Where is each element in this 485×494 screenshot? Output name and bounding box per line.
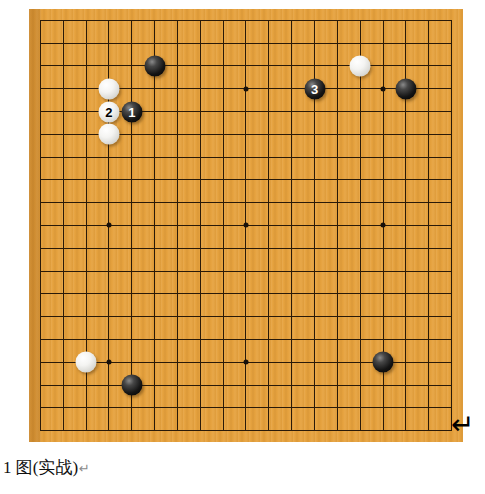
white-stone (98, 78, 119, 99)
board-cell (29, 419, 52, 442)
board-cell (143, 100, 166, 123)
board-cell (257, 77, 280, 100)
board-cell (280, 328, 303, 351)
board-cell (29, 77, 52, 100)
board-cell (394, 32, 417, 55)
board-cell (143, 328, 166, 351)
board-cell (326, 191, 349, 214)
board-cell (166, 305, 189, 328)
board-cell (440, 169, 463, 192)
board-cell (52, 282, 75, 305)
board-cell (349, 100, 372, 123)
board-cell (440, 305, 463, 328)
board-cell (98, 123, 121, 146)
board-cell: 2 (98, 100, 121, 123)
white-stone-move-2: 2 (98, 101, 119, 122)
board-cell (349, 396, 372, 419)
board-cell (326, 396, 349, 419)
board-cell (120, 396, 143, 419)
board-cell (166, 32, 189, 55)
board-cell (52, 169, 75, 192)
board-cell (303, 328, 326, 351)
board-cell (417, 396, 440, 419)
board-cell (280, 100, 303, 123)
board-cell (235, 169, 258, 192)
board-cell (303, 100, 326, 123)
board-cell (417, 9, 440, 32)
board-cell (189, 237, 212, 260)
board-cell (349, 237, 372, 260)
black-stone (121, 375, 142, 396)
board-cell (98, 328, 121, 351)
star-point (243, 86, 248, 91)
board-cell (349, 191, 372, 214)
board-cell (372, 419, 395, 442)
black-stone (144, 55, 165, 76)
board-cell (303, 351, 326, 374)
board-cell (143, 9, 166, 32)
board-cell (394, 214, 417, 237)
board-cell (120, 146, 143, 169)
board-cell (394, 282, 417, 305)
board-cell (143, 305, 166, 328)
board-cell (98, 260, 121, 283)
board-cell (394, 328, 417, 351)
board-cell (394, 9, 417, 32)
board-cell (257, 100, 280, 123)
board-cell (212, 214, 235, 237)
board-cell (372, 55, 395, 78)
board-cell (349, 328, 372, 351)
board-cell (372, 282, 395, 305)
board-cell (257, 146, 280, 169)
board-cell (166, 214, 189, 237)
board-cell (120, 9, 143, 32)
board-cell (372, 328, 395, 351)
board-cell (166, 100, 189, 123)
board-cell (98, 77, 121, 100)
board-cell (280, 282, 303, 305)
board-cell (212, 237, 235, 260)
board-cell (349, 351, 372, 374)
board-cell (75, 374, 98, 397)
board-cell (29, 328, 52, 351)
board-cell (440, 351, 463, 374)
board-cell: 1 (120, 100, 143, 123)
board-cell (29, 282, 52, 305)
board-cell (417, 55, 440, 78)
board-cell (235, 305, 258, 328)
board-cell (280, 214, 303, 237)
board-cell (303, 9, 326, 32)
board-cell (75, 169, 98, 192)
board-cell (235, 123, 258, 146)
board-cell (417, 237, 440, 260)
board-cell (52, 123, 75, 146)
star-point (381, 86, 386, 91)
board-cell (349, 374, 372, 397)
board-cell (75, 77, 98, 100)
board-cell (143, 77, 166, 100)
board-cell (52, 374, 75, 397)
board-cell (372, 260, 395, 283)
board-cell (372, 351, 395, 374)
board-cell (257, 305, 280, 328)
paragraph-mark: ↵ (79, 461, 90, 476)
board-cell (120, 305, 143, 328)
board-cell (235, 328, 258, 351)
board-cell (52, 32, 75, 55)
board-cell (212, 282, 235, 305)
board-cell (143, 191, 166, 214)
board-cell (280, 55, 303, 78)
board-cell (326, 9, 349, 32)
board-cell (75, 396, 98, 419)
board-cell (372, 32, 395, 55)
board-cell (440, 260, 463, 283)
board-cell (166, 419, 189, 442)
board-cell (394, 374, 417, 397)
board-cell (326, 123, 349, 146)
board-cell (235, 32, 258, 55)
white-stone (98, 124, 119, 145)
board-cell (29, 32, 52, 55)
board-cell (280, 351, 303, 374)
board-cell (98, 237, 121, 260)
board-cell (166, 260, 189, 283)
diagram-caption: 1 图(实战)↵ (3, 456, 90, 481)
board-cell (166, 169, 189, 192)
board-cell (143, 237, 166, 260)
board-cell (120, 77, 143, 100)
board-cell (349, 32, 372, 55)
board-cell (98, 214, 121, 237)
board-cell (166, 351, 189, 374)
board-cell (349, 260, 372, 283)
board-cell (394, 55, 417, 78)
caption-text: 1 图(实战) (3, 458, 78, 477)
board-cell (235, 191, 258, 214)
board-cell (52, 237, 75, 260)
board-cell (440, 374, 463, 397)
board-cell (280, 77, 303, 100)
board-cell (212, 328, 235, 351)
board-cell (257, 9, 280, 32)
board-cell (349, 419, 372, 442)
board-cell (394, 419, 417, 442)
board-cell (372, 237, 395, 260)
board-cell (29, 9, 52, 32)
board-cell (440, 123, 463, 146)
board-cell: 3 (303, 77, 326, 100)
board-cell (372, 191, 395, 214)
board-cell (143, 282, 166, 305)
board-cell (166, 282, 189, 305)
board-cell (189, 260, 212, 283)
board-cell (189, 351, 212, 374)
board-cell (326, 146, 349, 169)
board-cell (326, 419, 349, 442)
board-cell (75, 9, 98, 32)
board-cell (280, 146, 303, 169)
board-cell (75, 419, 98, 442)
board-cell (120, 374, 143, 397)
board-cell (303, 55, 326, 78)
board-cell (98, 282, 121, 305)
board-cell (417, 123, 440, 146)
board-cell (417, 214, 440, 237)
board-cell (75, 146, 98, 169)
board-cell (394, 146, 417, 169)
board-cell (75, 282, 98, 305)
board-cell (75, 351, 98, 374)
board-cell (303, 123, 326, 146)
board-cell (98, 146, 121, 169)
board-cell (235, 396, 258, 419)
go-board: 321 (29, 9, 463, 442)
board-cell (417, 77, 440, 100)
star-point (106, 360, 111, 365)
board-cell (212, 419, 235, 442)
board-cell (29, 396, 52, 419)
board-cell (98, 419, 121, 442)
board-cell (98, 191, 121, 214)
board-cell (303, 260, 326, 283)
board-cell (326, 100, 349, 123)
board-cell (120, 169, 143, 192)
board-cell (235, 9, 258, 32)
board-cell (143, 351, 166, 374)
board-cell (52, 328, 75, 351)
board-cell (326, 32, 349, 55)
board-cell (417, 328, 440, 351)
board-cell (143, 123, 166, 146)
board-cell (98, 374, 121, 397)
board-cell (303, 191, 326, 214)
board-cell (189, 396, 212, 419)
board-cell (29, 305, 52, 328)
board-cell (212, 191, 235, 214)
board-cell (280, 396, 303, 419)
board-cell (98, 169, 121, 192)
board-cell (52, 191, 75, 214)
board-cell (189, 419, 212, 442)
board-cell (440, 77, 463, 100)
board-cell (257, 282, 280, 305)
board-cell (349, 282, 372, 305)
board-cell (257, 191, 280, 214)
board-cell (349, 305, 372, 328)
board-cell (29, 214, 52, 237)
board-cell (349, 77, 372, 100)
board-cell (372, 9, 395, 32)
board-cell (120, 55, 143, 78)
board-cell (440, 9, 463, 32)
board-cell (257, 328, 280, 351)
board-cell (372, 214, 395, 237)
board-cell (257, 351, 280, 374)
board-cell (326, 260, 349, 283)
board-cell (394, 305, 417, 328)
board-cell (417, 100, 440, 123)
board-cell (75, 191, 98, 214)
board-cell (394, 396, 417, 419)
board-cell (212, 100, 235, 123)
black-stone-move-1: 1 (121, 101, 142, 122)
board-cell (349, 214, 372, 237)
board-cell (52, 214, 75, 237)
board-cell (394, 351, 417, 374)
star-point (381, 223, 386, 228)
board-cell (212, 32, 235, 55)
board-cell (52, 55, 75, 78)
board-cell (143, 32, 166, 55)
board-cell (189, 146, 212, 169)
board-cell (235, 351, 258, 374)
board-cell (75, 123, 98, 146)
board-cell (120, 419, 143, 442)
board-cell (440, 214, 463, 237)
board-cell (29, 191, 52, 214)
board-cell (303, 32, 326, 55)
board-cell (257, 214, 280, 237)
board-cell (257, 123, 280, 146)
board-grid: 321 (29, 9, 463, 442)
board-cell (52, 146, 75, 169)
board-cell (120, 282, 143, 305)
board-cell (98, 305, 121, 328)
board-cell (326, 305, 349, 328)
board-cell (394, 237, 417, 260)
board-cell (75, 55, 98, 78)
board-cell (417, 282, 440, 305)
star-point (106, 223, 111, 228)
board-cell (75, 32, 98, 55)
board-cell (189, 374, 212, 397)
board-cell (189, 282, 212, 305)
board-cell (143, 169, 166, 192)
board-cell (326, 169, 349, 192)
board-cell (235, 77, 258, 100)
board-cell (120, 214, 143, 237)
board-cell (189, 123, 212, 146)
board-cell (326, 374, 349, 397)
board-cell (143, 55, 166, 78)
board-cell (52, 260, 75, 283)
board-cell (75, 260, 98, 283)
board-cell (417, 419, 440, 442)
board-cell (417, 146, 440, 169)
board-cell (120, 328, 143, 351)
board-cell (166, 374, 189, 397)
board-cell (166, 55, 189, 78)
board-cell (303, 419, 326, 442)
board-cell (257, 260, 280, 283)
board-cell (29, 146, 52, 169)
board-cell (75, 214, 98, 237)
black-stone-move-3: 3 (304, 78, 325, 99)
board-cell (75, 305, 98, 328)
board-cell (235, 146, 258, 169)
board-cell (189, 169, 212, 192)
board-cell (326, 351, 349, 374)
board-cell (326, 237, 349, 260)
board-cell (143, 374, 166, 397)
board-cell (372, 123, 395, 146)
board-cell (29, 237, 52, 260)
board-cell (280, 305, 303, 328)
board-cell (235, 237, 258, 260)
board-cell (417, 32, 440, 55)
board-cell (280, 191, 303, 214)
board-cell (75, 328, 98, 351)
board-cell (166, 123, 189, 146)
board-cell (394, 169, 417, 192)
board-cell (120, 351, 143, 374)
board-cell (189, 100, 212, 123)
board-cell (235, 55, 258, 78)
board-cell (235, 100, 258, 123)
board-cell (372, 305, 395, 328)
board-cell (280, 169, 303, 192)
board-cell (189, 328, 212, 351)
board-cell (235, 282, 258, 305)
board-cell (257, 419, 280, 442)
board-cell (372, 169, 395, 192)
board-cell (75, 237, 98, 260)
board-cell (303, 305, 326, 328)
board-cell (143, 419, 166, 442)
board-cell (98, 396, 121, 419)
board-cell (212, 351, 235, 374)
board-cell (303, 214, 326, 237)
board-cell (440, 282, 463, 305)
board-cell (212, 169, 235, 192)
board-cell (212, 77, 235, 100)
board-cell (417, 374, 440, 397)
board-cell (280, 123, 303, 146)
board-cell (52, 9, 75, 32)
board-cell (120, 260, 143, 283)
board-cell (257, 374, 280, 397)
board-cell (212, 55, 235, 78)
board-cell (257, 396, 280, 419)
board-cell (394, 123, 417, 146)
board-cell (120, 123, 143, 146)
board-cell (349, 169, 372, 192)
white-stone (76, 352, 97, 373)
board-cell (417, 260, 440, 283)
board-cell (417, 191, 440, 214)
board-cell (280, 32, 303, 55)
board-cell (52, 351, 75, 374)
board-cell (303, 146, 326, 169)
board-cell (166, 237, 189, 260)
board-cell (326, 328, 349, 351)
board-cell (303, 396, 326, 419)
board-cell (235, 374, 258, 397)
board-cell (212, 146, 235, 169)
board-cell (189, 214, 212, 237)
board-cell (52, 305, 75, 328)
board-cell (349, 123, 372, 146)
star-point (243, 360, 248, 365)
board-cell (189, 32, 212, 55)
board-cell (440, 32, 463, 55)
board-cell (212, 9, 235, 32)
board-cell (52, 77, 75, 100)
board-cell (372, 100, 395, 123)
